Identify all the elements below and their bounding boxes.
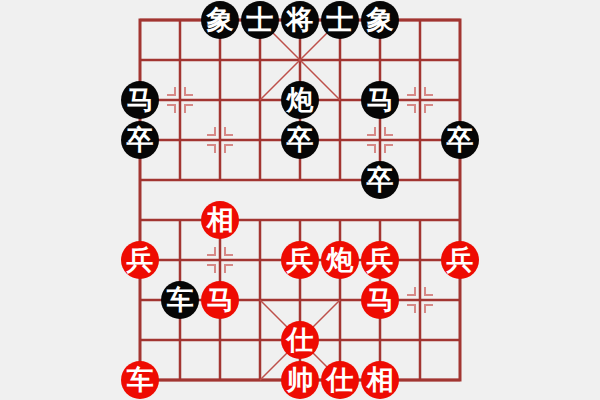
piece-red-elephant[interactable]: 相 — [361, 361, 399, 399]
piece-red-elephant[interactable]: 相 — [201, 201, 239, 239]
piece-red-cannon[interactable]: 炮 — [321, 241, 359, 279]
piece-black-horse[interactable]: 马 — [361, 81, 399, 119]
piece-red-general[interactable]: 帅 — [281, 361, 319, 399]
piece-red-advisor[interactable]: 仕 — [281, 321, 319, 359]
xiangqi-board: 象士将士象马炮马卒卒卒卒相兵兵炮兵兵车马马仕车帅仕相 — [120, 0, 480, 400]
piece-black-horse[interactable]: 马 — [121, 81, 159, 119]
piece-black-general[interactable]: 将 — [281, 1, 319, 39]
piece-red-advisor[interactable]: 仕 — [321, 361, 359, 399]
piece-red-soldier[interactable]: 兵 — [361, 241, 399, 279]
piece-red-chariot[interactable]: 车 — [121, 361, 159, 399]
piece-black-elephant[interactable]: 象 — [361, 1, 399, 39]
piece-red-soldier[interactable]: 兵 — [441, 241, 479, 279]
piece-black-soldier[interactable]: 卒 — [361, 161, 399, 199]
piece-black-advisor[interactable]: 士 — [321, 1, 359, 39]
piece-black-elephant[interactable]: 象 — [201, 1, 239, 39]
piece-red-horse[interactable]: 马 — [361, 281, 399, 319]
piece-red-soldier[interactable]: 兵 — [121, 241, 159, 279]
piece-black-cannon[interactable]: 炮 — [281, 81, 319, 119]
piece-black-soldier[interactable]: 卒 — [281, 121, 319, 159]
piece-black-advisor[interactable]: 士 — [241, 1, 279, 39]
piece-red-soldier[interactable]: 兵 — [281, 241, 319, 279]
xiangqi-app: 象士将士象马炮马卒卒卒卒相兵兵炮兵兵车马马仕车帅仕相 — [0, 0, 600, 400]
piece-black-soldier[interactable]: 卒 — [441, 121, 479, 159]
piece-black-soldier[interactable]: 卒 — [121, 121, 159, 159]
piece-black-chariot[interactable]: 车 — [161, 281, 199, 319]
piece-red-horse[interactable]: 马 — [201, 281, 239, 319]
